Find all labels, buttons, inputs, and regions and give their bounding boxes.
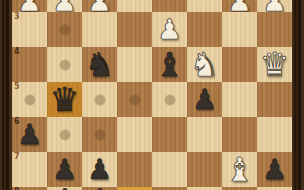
square-c3[interactable] bbox=[187, 12, 222, 47]
black-pawn: ♟ bbox=[192, 86, 217, 114]
square-g5[interactable]: ♛ bbox=[47, 82, 82, 117]
square-f5[interactable] bbox=[82, 82, 117, 117]
square-d2[interactable] bbox=[152, 0, 187, 12]
square-g4[interactable] bbox=[47, 47, 82, 82]
square-a2[interactable]: ♟ bbox=[257, 0, 292, 12]
legal-move-dot bbox=[164, 94, 176, 106]
square-c7[interactable] bbox=[187, 152, 222, 187]
square-e6[interactable] bbox=[117, 117, 152, 152]
rank-label-4: 4 bbox=[14, 48, 20, 56]
square-e5[interactable] bbox=[117, 82, 152, 117]
black-bishop: ♝ bbox=[155, 48, 185, 81]
square-h5[interactable]: 5 bbox=[12, 82, 47, 117]
square-a4[interactable]: ♛ bbox=[257, 47, 292, 82]
legal-move-dot bbox=[59, 59, 71, 71]
black-pawn: ♟ bbox=[52, 156, 77, 184]
square-b5[interactable] bbox=[222, 82, 257, 117]
legal-move-dot bbox=[59, 24, 71, 36]
white-pawn: ♟ bbox=[157, 16, 182, 44]
black-pawn: ♟ bbox=[87, 156, 112, 184]
square-h8[interactable]: 8 bbox=[12, 187, 47, 190]
square-h3[interactable]: 3 bbox=[12, 12, 47, 47]
square-a5[interactable] bbox=[257, 82, 292, 117]
legal-move-dot bbox=[94, 129, 106, 141]
rank-label-8: 8 bbox=[14, 188, 20, 190]
square-b7[interactable]: ♝ bbox=[222, 152, 257, 187]
white-queen: ♛ bbox=[260, 48, 290, 81]
square-h6[interactable]: 6♟ bbox=[12, 117, 47, 152]
square-f7[interactable]: ♟ bbox=[82, 152, 117, 187]
square-g8[interactable] bbox=[47, 187, 82, 190]
white-pawn: ♟ bbox=[262, 0, 287, 12]
rank-label-3: 3 bbox=[14, 13, 20, 21]
square-b8[interactable] bbox=[222, 187, 257, 190]
chess-board: ♟♟♟♟♟3♟4♞♝♞♛5♛♟6♟7♟♟♝♟8 bbox=[12, 0, 292, 190]
white-bishop: ♝ bbox=[225, 153, 255, 186]
piece-tip bbox=[97, 188, 102, 190]
square-b6[interactable] bbox=[222, 117, 257, 152]
square-d5[interactable] bbox=[152, 82, 187, 117]
square-d8[interactable] bbox=[152, 187, 187, 190]
rank-label-6: 6 bbox=[14, 118, 20, 126]
square-e3[interactable] bbox=[117, 12, 152, 47]
square-c4[interactable]: ♞ bbox=[187, 47, 222, 82]
black-knight: ♞ bbox=[85, 48, 115, 81]
white-pawn: ♟ bbox=[227, 0, 252, 12]
black-pawn: ♟ bbox=[17, 121, 42, 149]
square-d3[interactable]: ♟ bbox=[152, 12, 187, 47]
white-pawn: ♟ bbox=[52, 0, 77, 12]
square-g2[interactable]: ♟ bbox=[47, 0, 82, 12]
square-g7[interactable]: ♟ bbox=[47, 152, 82, 187]
square-f8[interactable] bbox=[82, 187, 117, 190]
square-h4[interactable]: 4 bbox=[12, 47, 47, 82]
white-pawn: ♟ bbox=[17, 0, 42, 12]
board-frame-right bbox=[292, 0, 304, 190]
legal-move-dot bbox=[59, 129, 71, 141]
square-a7[interactable]: ♟ bbox=[257, 152, 292, 187]
square-c5[interactable]: ♟ bbox=[187, 82, 222, 117]
board-frame-left bbox=[0, 0, 12, 190]
square-c6[interactable] bbox=[187, 117, 222, 152]
square-a8[interactable] bbox=[257, 187, 292, 190]
square-a3[interactable] bbox=[257, 12, 292, 47]
legal-move-dot bbox=[94, 94, 106, 106]
white-knight: ♞ bbox=[190, 48, 220, 81]
black-queen: ♛ bbox=[50, 83, 80, 116]
square-d4[interactable]: ♝ bbox=[152, 47, 187, 82]
legal-move-dot bbox=[24, 94, 36, 106]
square-h7[interactable]: 7 bbox=[12, 152, 47, 187]
square-g6[interactable] bbox=[47, 117, 82, 152]
square-c8[interactable] bbox=[187, 187, 222, 190]
square-e4[interactable] bbox=[117, 47, 152, 82]
chess-board-viewport: ♟♟♟♟♟3♟4♞♝♞♛5♛♟6♟7♟♟♝♟8 bbox=[0, 0, 304, 190]
square-c2[interactable] bbox=[187, 0, 222, 12]
square-g3[interactable] bbox=[47, 12, 82, 47]
square-h2[interactable]: ♟ bbox=[12, 0, 47, 12]
square-e2[interactable] bbox=[117, 0, 152, 12]
square-b2[interactable]: ♟ bbox=[222, 0, 257, 12]
square-f4[interactable]: ♞ bbox=[82, 47, 117, 82]
square-b4[interactable] bbox=[222, 47, 257, 82]
white-pawn: ♟ bbox=[87, 0, 112, 12]
square-e7[interactable] bbox=[117, 152, 152, 187]
rank-label-7: 7 bbox=[14, 153, 20, 161]
black-pawn: ♟ bbox=[262, 156, 287, 184]
square-d7[interactable] bbox=[152, 152, 187, 187]
legal-move-dot bbox=[129, 94, 141, 106]
square-d6[interactable] bbox=[152, 117, 187, 152]
piece-tip bbox=[62, 188, 67, 190]
square-f6[interactable] bbox=[82, 117, 117, 152]
square-f3[interactable] bbox=[82, 12, 117, 47]
square-b3[interactable] bbox=[222, 12, 257, 47]
square-a6[interactable] bbox=[257, 117, 292, 152]
square-e8[interactable] bbox=[117, 187, 152, 190]
rank-label-5: 5 bbox=[14, 83, 20, 91]
square-f2[interactable]: ♟ bbox=[82, 0, 117, 12]
